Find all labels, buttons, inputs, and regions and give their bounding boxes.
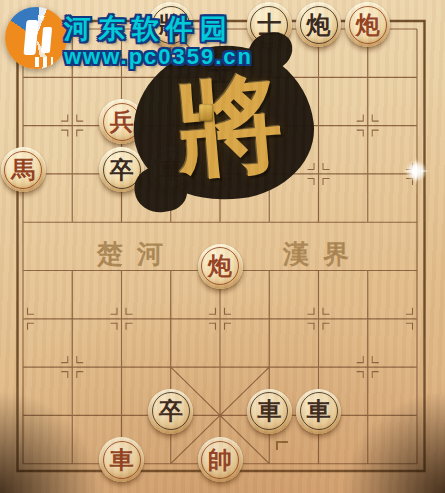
piece-red-horse[interactable]: 馬: [1, 147, 46, 192]
piece-glyph: 卒: [159, 399, 183, 423]
piece-red-general[interactable]: 帥: [198, 437, 243, 482]
piece-black-rook[interactable]: 車: [296, 389, 341, 434]
piece-glyph: 車: [159, 158, 183, 182]
piece-black-rook[interactable]: 車: [247, 389, 292, 434]
piece-glyph: 車: [307, 399, 331, 423]
piece-red-rook[interactable]: 車: [148, 147, 193, 192]
piece-glyph: 將: [159, 13, 183, 37]
piece-glyph: 帥: [208, 448, 232, 472]
piece-glyph: 卒: [110, 158, 134, 182]
piece-red-cannon[interactable]: 炮: [345, 2, 390, 47]
piece-black-general[interactable]: 將: [148, 2, 193, 47]
piece-red-rook[interactable]: 車: [99, 437, 144, 482]
piece-glyph: 車: [257, 399, 281, 423]
move-indicator: [276, 441, 288, 450]
piece-red-soldier[interactable]: 兵: [99, 99, 144, 144]
piece-black-cannon[interactable]: 炮: [296, 2, 341, 47]
piece-black-advisor[interactable]: 士: [198, 51, 243, 96]
piece-glyph: 兵: [110, 110, 134, 134]
piece-glyph: 炮: [208, 254, 232, 278]
piece-glyph: 士: [208, 61, 232, 85]
piece-glyph: 炮: [356, 13, 380, 37]
piece-black-soldier[interactable]: 卒: [148, 389, 193, 434]
piece-glyph: 炮: [307, 13, 331, 37]
piece-glyph: 士: [257, 13, 281, 37]
piece-black-advisor[interactable]: 士: [247, 2, 292, 47]
board: 將士炮炮士兵馬卒車炮卒車車車帥: [0, 5, 442, 488]
piece-red-cannon[interactable]: 炮: [198, 244, 243, 289]
piece-glyph: 車: [110, 448, 134, 472]
piece-glyph: 馬: [11, 158, 35, 182]
xiangqi-app: 楚河 漢界 將士炮炮士兵馬卒車炮卒車車車帥 將 ★ 河东软件园 www.pc03…: [0, 0, 445, 493]
piece-black-soldier[interactable]: 卒: [99, 147, 144, 192]
